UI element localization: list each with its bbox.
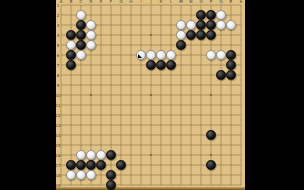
stone-black-B4[interactable] <box>66 30 76 40</box>
row-label-14: 14 <box>56 133 61 138</box>
stone-white-C2[interactable] <box>76 10 86 20</box>
stone-white-R3[interactable] <box>226 20 236 30</box>
stone-black-O3[interactable] <box>196 20 206 30</box>
row-label-15: 15 <box>56 143 61 148</box>
star-point-J16 <box>150 154 152 156</box>
stone-black-D17[interactable] <box>86 160 96 170</box>
stone-black-C4[interactable] <box>76 30 86 40</box>
stone-white-L6[interactable] <box>166 50 176 60</box>
stone-white-C16[interactable] <box>76 150 86 160</box>
stone-black-O4[interactable] <box>196 30 206 40</box>
star-point-J10 <box>150 94 152 96</box>
stone-black-P14[interactable] <box>206 130 216 140</box>
row-label-10: 10 <box>56 93 61 98</box>
row-label-4: 4 <box>57 33 60 38</box>
row-label-8: 8 <box>57 73 60 78</box>
star-point-P10 <box>210 94 212 96</box>
stone-white-K6[interactable] <box>156 50 166 60</box>
stone-white-B5[interactable] <box>66 40 76 50</box>
stone-black-G17[interactable] <box>116 160 126 170</box>
stone-black-O2[interactable] <box>196 10 206 20</box>
row-label-17: 17 <box>56 163 61 168</box>
column-label-K: K <box>160 0 163 4</box>
row-label-18: 18 <box>56 173 61 178</box>
stone-white-D5[interactable] <box>86 40 96 50</box>
column-label-O: O <box>199 0 202 4</box>
column-label-S: S <box>240 0 243 4</box>
stone-black-R6[interactable] <box>226 50 236 60</box>
stone-black-F16[interactable] <box>106 150 116 160</box>
stone-white-M3[interactable] <box>176 20 186 30</box>
stone-black-C5[interactable] <box>76 40 86 50</box>
star-point-D10 <box>90 94 92 96</box>
row-label-7: 7 <box>57 63 60 68</box>
row-label-12: 12 <box>56 113 61 118</box>
stone-black-P3[interactable] <box>206 20 216 30</box>
stone-white-D4[interactable] <box>86 30 96 40</box>
stone-black-B7[interactable] <box>66 60 76 70</box>
stone-black-N4[interactable] <box>186 30 196 40</box>
stone-black-P17[interactable] <box>206 160 216 170</box>
column-label-D: D <box>89 0 92 4</box>
stone-black-P2[interactable] <box>206 10 216 20</box>
stone-white-J6[interactable] <box>146 50 156 60</box>
column-label-F: F <box>110 0 113 4</box>
row-label-13: 13 <box>56 123 61 128</box>
stone-white-P6[interactable] <box>206 50 216 60</box>
stone-white-M4[interactable] <box>176 30 186 40</box>
stone-black-P4[interactable] <box>206 30 216 40</box>
row-label-1: 1 <box>57 3 60 8</box>
stone-black-F18[interactable] <box>106 170 116 180</box>
row-label-19: 19 <box>56 183 61 188</box>
stone-white-D3[interactable] <box>86 20 96 30</box>
column-label-C: C <box>80 0 83 4</box>
stone-black-B17[interactable] <box>66 160 76 170</box>
stone-white-B18[interactable] <box>66 170 76 180</box>
stone-black-B6[interactable] <box>66 50 76 60</box>
star-point-J4 <box>150 34 152 36</box>
column-label-P: P <box>210 0 213 4</box>
stone-white-Q3[interactable] <box>216 20 226 30</box>
screenshot-stage: ABCDEFGHIJKLMNOPQRS123456789101112131415… <box>0 0 304 190</box>
stone-black-M5[interactable] <box>176 40 186 50</box>
row-label-16: 16 <box>56 153 61 158</box>
stone-white-I6[interactable] <box>136 50 146 60</box>
stone-black-R8[interactable] <box>226 70 236 80</box>
row-label-9: 9 <box>57 83 60 88</box>
go-board[interactable]: ABCDEFGHIJKLMNOPQRS123456789101112131415… <box>56 0 245 190</box>
stone-white-N3[interactable] <box>186 20 196 30</box>
column-label-R: R <box>230 0 233 4</box>
stone-black-L7[interactable] <box>166 60 176 70</box>
column-label-E: E <box>100 0 103 4</box>
column-label-Q: Q <box>219 0 222 4</box>
stone-black-C3[interactable] <box>76 20 86 30</box>
stone-white-E16[interactable] <box>96 150 106 160</box>
column-label-L: L <box>170 0 173 4</box>
row-label-11: 11 <box>56 103 61 108</box>
column-label-B: B <box>70 0 73 4</box>
letterbox-left <box>0 0 56 190</box>
last-move-triangle-marker <box>138 54 142 58</box>
column-label-A: A <box>60 0 63 4</box>
row-label-3: 3 <box>57 23 60 28</box>
stone-black-R7[interactable] <box>226 60 236 70</box>
column-label-N: N <box>190 0 193 4</box>
row-label-5: 5 <box>57 43 60 48</box>
column-label-G: G <box>119 0 122 4</box>
letterbox-right <box>245 0 304 190</box>
column-label-I: I <box>140 0 141 4</box>
stone-white-D16[interactable] <box>86 150 96 160</box>
row-label-2: 2 <box>57 13 60 18</box>
stone-black-C17[interactable] <box>76 160 86 170</box>
stone-white-C18[interactable] <box>76 170 86 180</box>
stone-black-J7[interactable] <box>146 60 156 70</box>
star-point-P16 <box>210 154 212 156</box>
stone-black-F19[interactable] <box>106 180 116 190</box>
stone-black-K7[interactable] <box>156 60 166 70</box>
column-label-M: M <box>179 0 183 4</box>
row-label-6: 6 <box>57 53 60 58</box>
stone-white-D18[interactable] <box>86 170 96 180</box>
stone-white-Q2[interactable] <box>216 10 226 20</box>
stone-white-Q6[interactable] <box>216 50 226 60</box>
stone-black-Q8[interactable] <box>216 70 226 80</box>
column-label-J: J <box>149 0 151 4</box>
stone-black-E17[interactable] <box>96 160 106 170</box>
stone-white-C6[interactable] <box>76 50 86 60</box>
column-label-H: H <box>129 0 132 4</box>
